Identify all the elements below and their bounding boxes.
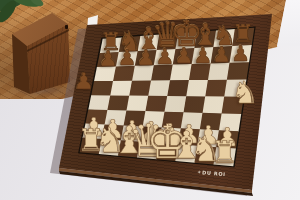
- piece-black-pawn-d7[interactable]: ♟: [155, 45, 174, 67]
- logo-star-icon: ✶: [197, 170, 202, 175]
- piece-black-pawn-h7[interactable]: ♟: [231, 43, 250, 65]
- piece-black-pawn-b7[interactable]: ♟: [117, 47, 136, 69]
- chess-product-photo: ✶ DU ROI ♜♞♝♛♚♝♞♜♟♟♟♟♟♟♟♟♟♟♟♟♟♟♟♟♜♞♝♛♚♝♞…: [0, 0, 300, 200]
- piece-black-pawn-g7[interactable]: ♟: [212, 44, 231, 66]
- piece-black-pawn-frame[interactable]: ♟: [74, 70, 95, 93]
- piece-black-pawn-c7[interactable]: ♟: [136, 46, 155, 68]
- piece-black-pawn-e7[interactable]: ♟: [174, 45, 193, 67]
- piece-black-pawn-a7[interactable]: ♟: [98, 47, 117, 69]
- pieces-layer: ♜♞♝♛♚♝♞♜♟♟♟♟♟♟♟♟♟♟♟♟♟♟♟♟♜♞♝♛♚♝♞♜♟♞: [0, 0, 300, 200]
- piece-white-knight-frame[interactable]: ♞: [231, 78, 259, 109]
- piece-white-rook-h1[interactable]: ♜: [211, 137, 239, 168]
- piece-black-pawn-f7[interactable]: ♟: [193, 44, 212, 66]
